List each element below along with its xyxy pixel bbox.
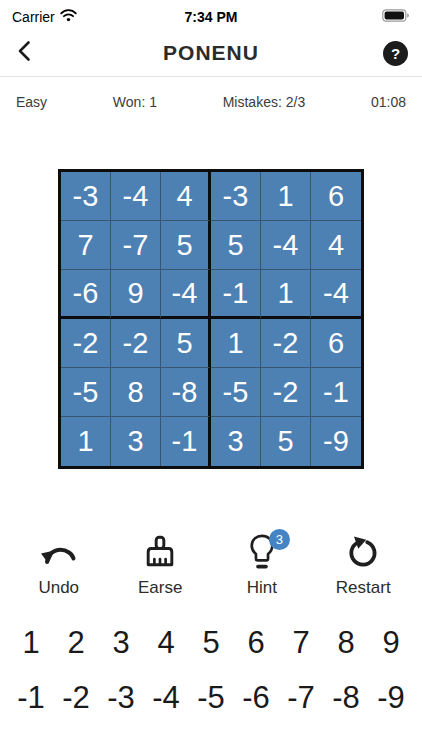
cell-r1c2[interactable]: -4 (111, 172, 161, 221)
numpad-key--9[interactable]: -9 (376, 679, 406, 717)
numpad-row-negative: -1-2-3-4-5-6-7-8-9 (0, 679, 422, 717)
undo-arrow-icon (39, 541, 79, 575)
hint-badge: 3 (269, 529, 290, 550)
cell-r3c6[interactable]: -4 (311, 270, 361, 319)
restart-label: Restart (336, 578, 391, 598)
numpad-key-8[interactable]: 8 (331, 624, 361, 662)
page-title: PONENU (0, 41, 422, 65)
cell-r4c1[interactable]: -2 (61, 319, 111, 368)
nav-bar: PONENU ? (0, 30, 422, 77)
cell-r2c5[interactable]: -4 (261, 221, 311, 270)
numpad-key-5[interactable]: 5 (196, 624, 226, 662)
cell-r5c3[interactable]: -8 (161, 368, 211, 417)
undo-label: Undo (38, 578, 79, 598)
cell-r3c2[interactable]: 9 (111, 270, 161, 319)
battery-icon (382, 9, 410, 25)
cell-r4c3[interactable]: 5 (161, 319, 211, 368)
brush-icon (142, 535, 178, 575)
cell-r2c2[interactable]: -7 (111, 221, 161, 270)
cell-r4c4[interactable]: 1 (211, 319, 261, 368)
cell-r5c2[interactable]: 8 (111, 368, 161, 417)
chevron-left-icon (14, 39, 36, 67)
numpad-key-1[interactable]: 1 (16, 624, 46, 662)
cell-r3c5[interactable]: 1 (261, 270, 311, 319)
cell-r5c4[interactable]: -5 (211, 368, 261, 417)
undo-button[interactable]: Undo (8, 533, 110, 598)
cell-r5c5[interactable]: -2 (261, 368, 311, 417)
difficulty-label: Easy (16, 94, 47, 110)
cell-r1c5[interactable]: 1 (261, 172, 311, 221)
cell-r1c3[interactable]: 4 (161, 172, 211, 221)
cell-r1c4[interactable]: -3 (211, 172, 261, 221)
cell-r4c5[interactable]: -2 (261, 319, 311, 368)
cell-r1c1[interactable]: -3 (61, 172, 111, 221)
clock-label: 7:34 PM (185, 9, 238, 25)
erase-button[interactable]: Earse (110, 533, 212, 598)
status-bar: Carrier 7:34 PM (0, 0, 422, 30)
cell-r2c4[interactable]: 5 (211, 221, 261, 270)
app-screen: Carrier 7:34 PM (0, 0, 422, 750)
mistakes-label: Mistakes: 2/3 (223, 94, 305, 110)
restart-button[interactable]: Restart (313, 533, 415, 598)
board: -3-44-3167-755-44-69-4-11-4-2-251-26-58-… (58, 169, 364, 469)
erase-label: Earse (138, 578, 182, 598)
won-count-label: Won: 1 (113, 94, 157, 110)
hint-label: Hint (247, 578, 277, 598)
cell-r2c1[interactable]: 7 (61, 221, 111, 270)
numpad-key--1[interactable]: -1 (16, 679, 46, 717)
carrier-label: Carrier (12, 9, 55, 25)
numpad-key--3[interactable]: -3 (106, 679, 136, 717)
cell-r4c2[interactable]: -2 (111, 319, 161, 368)
timer-label: 01:08 (371, 94, 406, 110)
cell-r6c4[interactable]: 3 (211, 417, 261, 466)
numpad-key--2[interactable]: -2 (61, 679, 91, 717)
numpad-key-3[interactable]: 3 (106, 624, 136, 662)
cell-r3c1[interactable]: -6 (61, 270, 111, 319)
cell-r3c4[interactable]: -1 (211, 270, 261, 319)
numpad-key--7[interactable]: -7 (286, 679, 316, 717)
question-mark-icon: ? (391, 45, 400, 62)
restart-circular-arrow-icon (346, 535, 380, 575)
numpad-key-2[interactable]: 2 (61, 624, 91, 662)
cell-r6c2[interactable]: 3 (111, 417, 161, 466)
numpad-key--4[interactable]: -4 (151, 679, 181, 717)
cell-r3c3[interactable]: -4 (161, 270, 211, 319)
cell-r6c1[interactable]: 1 (61, 417, 111, 466)
wifi-icon (60, 9, 77, 25)
cell-r6c3[interactable]: -1 (161, 417, 211, 466)
lightbulb-icon: 3 (246, 533, 278, 575)
numpad-key--8[interactable]: -8 (331, 679, 361, 717)
numpad-key-9[interactable]: 9 (376, 624, 406, 662)
cell-r5c6[interactable]: -1 (311, 368, 361, 417)
help-button[interactable]: ? (383, 41, 408, 66)
cell-r6c6[interactable]: -9 (311, 417, 361, 466)
cell-r4c6[interactable]: 6 (311, 319, 361, 368)
numpad-key--6[interactable]: -6 (241, 679, 271, 717)
numpad-key--5[interactable]: -5 (196, 679, 226, 717)
info-bar: Easy Won: 1 Mistakes: 2/3 01:08 (0, 77, 422, 110)
numpad-row-positive: 123456789 (0, 624, 422, 662)
cell-r5c1[interactable]: -5 (61, 368, 111, 417)
numpad-key-6[interactable]: 6 (241, 624, 271, 662)
toolbar: Undo Earse (0, 533, 422, 598)
cell-r1c6[interactable]: 6 (311, 172, 361, 221)
hint-button[interactable]: 3 Hint (211, 533, 313, 598)
numpad-key-7[interactable]: 7 (286, 624, 316, 662)
cell-r2c6[interactable]: 4 (311, 221, 361, 270)
cell-r2c3[interactable]: 5 (161, 221, 211, 270)
numpad: 123456789 -1-2-3-4-5-6-7-8-9 (0, 624, 422, 717)
numpad-key-4[interactable]: 4 (151, 624, 181, 662)
back-button[interactable] (14, 38, 44, 68)
cell-r6c5[interactable]: 5 (261, 417, 311, 466)
